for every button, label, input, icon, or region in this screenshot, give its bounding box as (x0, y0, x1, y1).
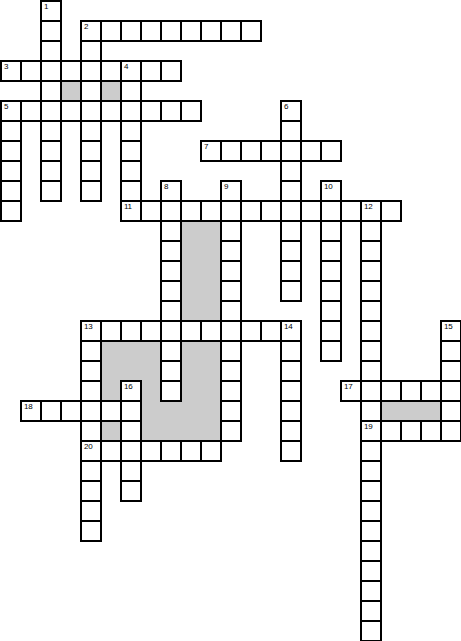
cell-r9-c14[interactable] (280, 180, 302, 202)
cell-r10-c13[interactable] (260, 200, 282, 222)
cell-r3-c0[interactable]: 3 (0, 60, 22, 82)
cell-r14-c11[interactable] (220, 280, 242, 302)
cell-r16-c7[interactable] (140, 320, 162, 342)
cell-r16-c6[interactable] (120, 320, 142, 342)
cell-r22-c14[interactable] (280, 440, 302, 462)
cell-r16-c13[interactable] (260, 320, 282, 342)
cell-r17-c18[interactable] (360, 340, 382, 362)
cell-r12-c11[interactable] (220, 240, 242, 262)
cell-r3-c1[interactable] (20, 60, 42, 82)
cell-r1-c5[interactable] (100, 20, 122, 42)
cell-r22-c8[interactable] (160, 440, 182, 462)
cell-r18-c18[interactable] (360, 360, 382, 382)
clue-number-10: 10 (324, 182, 332, 191)
blocked-cell-r19-c10 (201, 381, 221, 401)
cell-r3-c8[interactable] (160, 60, 182, 82)
cell-r19-c20[interactable] (400, 380, 422, 402)
cell-r6-c6[interactable] (120, 120, 142, 142)
cell-r23-c4[interactable] (80, 460, 102, 482)
cell-r16-c10[interactable] (200, 320, 222, 342)
cell-r19-c22[interactable] (440, 380, 461, 402)
cell-r7-c0[interactable] (0, 140, 22, 162)
cell-r15-c16[interactable] (320, 300, 342, 322)
clue-number-1: 1 (44, 2, 48, 11)
cell-r11-c18[interactable] (360, 220, 382, 242)
cell-r7-c4[interactable] (80, 140, 102, 162)
cell-r3-c6[interactable]: 4 (120, 60, 142, 82)
cell-r11-c14[interactable] (280, 220, 302, 242)
cell-r20-c18[interactable] (360, 400, 382, 422)
cell-r31-c18[interactable] (360, 620, 382, 641)
cell-r12-c18[interactable] (360, 240, 382, 262)
cell-r10-c19[interactable] (380, 200, 402, 222)
cell-r10-c8[interactable] (160, 200, 182, 222)
cell-r30-c18[interactable] (360, 600, 382, 622)
cell-r18-c14[interactable] (280, 360, 302, 382)
blocked-cell-r17-c9 (181, 341, 201, 361)
cell-r22-c4[interactable]: 20 (80, 440, 102, 462)
blocked-cell-r17-c7 (141, 341, 161, 361)
clue-number-15: 15 (444, 322, 452, 331)
cell-r8-c6[interactable] (120, 160, 142, 182)
blocked-cell-r21-c8 (161, 421, 181, 441)
cell-r22-c6[interactable] (120, 440, 142, 462)
cell-r27-c18[interactable] (360, 540, 382, 562)
cell-r7-c12[interactable] (240, 140, 262, 162)
cell-r20-c1[interactable]: 18 (20, 400, 42, 422)
blocked-cell-r12-c9 (181, 241, 201, 261)
cell-r22-c18[interactable] (360, 440, 382, 462)
cell-r15-c18[interactable] (360, 300, 382, 322)
cell-r1-c6[interactable] (120, 20, 142, 42)
cell-r14-c14[interactable] (280, 280, 302, 302)
cell-r18-c8[interactable] (160, 360, 182, 382)
cell-r16-c14[interactable]: 14 (280, 320, 302, 342)
cell-r2-c4[interactable] (80, 40, 102, 62)
cell-r2-c2[interactable] (40, 40, 62, 62)
cell-r17-c14[interactable] (280, 340, 302, 362)
cell-r10-c11[interactable] (220, 200, 242, 222)
cell-r16-c12[interactable] (240, 320, 262, 342)
clue-number-7: 7 (204, 142, 208, 151)
cell-r7-c14[interactable] (280, 140, 302, 162)
clue-number-12: 12 (364, 202, 372, 211)
cell-r1-c12[interactable] (240, 20, 262, 42)
cell-r5-c9[interactable] (180, 100, 202, 122)
clue-number-9: 9 (224, 182, 228, 191)
cell-r21-c14[interactable] (280, 420, 302, 442)
cell-r16-c4[interactable]: 13 (80, 320, 102, 342)
cell-r21-c19[interactable] (380, 420, 402, 442)
cell-r13-c18[interactable] (360, 260, 382, 282)
cell-r20-c6[interactable] (120, 400, 142, 422)
cell-r1-c8[interactable] (160, 20, 182, 42)
cell-r10-c9[interactable] (180, 200, 202, 222)
blocked-cell-r18-c9 (181, 361, 201, 381)
blocked-cell-r17-c6 (121, 341, 141, 361)
cell-r9-c16[interactable]: 10 (320, 180, 342, 202)
cell-r16-c16[interactable] (320, 320, 342, 342)
cell-r17-c4[interactable] (80, 340, 102, 362)
cell-r3-c7[interactable] (140, 60, 162, 82)
cell-r13-c14[interactable] (280, 260, 302, 282)
cell-r9-c11[interactable]: 9 (220, 180, 242, 202)
cell-r20-c2[interactable] (40, 400, 62, 422)
cell-r1-c2[interactable] (40, 20, 62, 42)
cell-r14-c18[interactable] (360, 280, 382, 302)
cell-r21-c4[interactable] (80, 420, 102, 442)
cell-r10-c6[interactable]: 11 (120, 200, 142, 222)
cell-r7-c10[interactable]: 7 (200, 140, 222, 162)
cell-r21-c22[interactable] (440, 420, 461, 442)
cell-r10-c0[interactable] (0, 200, 22, 222)
cell-r21-c11[interactable] (220, 420, 242, 442)
cell-r19-c18[interactable] (360, 380, 382, 402)
cell-r23-c18[interactable] (360, 460, 382, 482)
clue-number-11: 11 (124, 202, 132, 211)
cell-r5-c4[interactable] (80, 100, 102, 122)
cell-r1-c11[interactable] (220, 20, 242, 42)
cell-r22-c10[interactable] (200, 440, 222, 462)
cell-r10-c16[interactable] (320, 200, 342, 222)
cell-r19-c6[interactable]: 16 (120, 380, 142, 402)
cell-r17-c8[interactable] (160, 340, 182, 362)
cell-r16-c8[interactable] (160, 320, 182, 342)
cell-r25-c4[interactable] (80, 500, 102, 522)
cell-r20-c11[interactable] (220, 400, 242, 422)
cell-r15-c8[interactable] (160, 300, 182, 322)
cell-r7-c15[interactable] (300, 140, 322, 162)
cell-r16-c18[interactable] (360, 320, 382, 342)
clue-number-18: 18 (24, 402, 32, 411)
cell-r23-c6[interactable] (120, 460, 142, 482)
cell-r20-c4[interactable] (80, 400, 102, 422)
cell-r14-c16[interactable] (320, 280, 342, 302)
blocked-cell-r19-c9 (181, 381, 201, 401)
cell-r7-c16[interactable] (320, 140, 342, 162)
cell-r5-c7[interactable] (140, 100, 162, 122)
cell-r12-c16[interactable] (320, 240, 342, 262)
cell-r5-c3[interactable] (60, 100, 82, 122)
cell-r18-c4[interactable] (80, 360, 102, 382)
blocked-cell-r20-c19 (381, 401, 401, 421)
cell-r26-c4[interactable] (80, 520, 102, 542)
cell-r25-c18[interactable] (360, 500, 382, 522)
blocked-cell-r11-c9 (181, 221, 201, 241)
cell-r16-c9[interactable] (180, 320, 202, 342)
cell-r1-c4[interactable]: 2 (80, 20, 102, 42)
cell-r10-c10[interactable] (200, 200, 222, 222)
clue-number-19: 19 (364, 422, 372, 431)
cell-r6-c2[interactable] (40, 120, 62, 142)
cell-r1-c7[interactable] (140, 20, 162, 42)
cell-r22-c7[interactable] (140, 440, 162, 462)
cell-r3-c4[interactable] (80, 60, 102, 82)
blocked-cell-r20-c9 (181, 401, 201, 421)
cell-r21-c20[interactable] (400, 420, 422, 442)
cell-r24-c18[interactable] (360, 480, 382, 502)
blocked-cell-r15-c10 (201, 301, 221, 321)
cell-r3-c5[interactable] (100, 60, 122, 82)
cell-r8-c0[interactable] (0, 160, 22, 182)
cell-r21-c21[interactable] (420, 420, 442, 442)
cell-r17-c22[interactable] (440, 340, 461, 362)
clue-number-14: 14 (284, 322, 292, 331)
cell-r8-c2[interactable] (40, 160, 62, 182)
blocked-cell-r13-c9 (181, 261, 201, 281)
cell-r7-c13[interactable] (260, 140, 282, 162)
blocked-cell-r21-c7 (141, 421, 161, 441)
cell-r0-c2[interactable]: 1 (40, 0, 62, 22)
crossword-board: 1234567891011121314151617181920 (0, 0, 461, 641)
cell-r13-c8[interactable] (160, 260, 182, 282)
cell-r10-c15[interactable] (300, 200, 322, 222)
cell-r5-c1[interactable] (20, 100, 42, 122)
cell-r10-c18[interactable]: 12 (360, 200, 382, 222)
blocked-cell-r19-c5 (101, 381, 121, 401)
cell-r21-c6[interactable] (120, 420, 142, 442)
cell-r19-c8[interactable] (160, 380, 182, 402)
cell-r1-c9[interactable] (180, 20, 202, 42)
cell-r12-c8[interactable] (160, 240, 182, 262)
blocked-cell-r17-c10 (201, 341, 221, 361)
blocked-cell-r20-c10 (201, 401, 221, 421)
blocked-cell-r21-c9 (181, 421, 201, 441)
clue-number-13: 13 (84, 322, 92, 331)
cell-r8-c14[interactable] (280, 160, 302, 182)
cell-r7-c11[interactable] (220, 140, 242, 162)
cell-r9-c2[interactable] (40, 180, 62, 202)
cell-r10-c7[interactable] (140, 200, 162, 222)
cell-r19-c21[interactable] (420, 380, 442, 402)
cell-r5-c8[interactable] (160, 100, 182, 122)
cell-r10-c12[interactable] (240, 200, 262, 222)
blocked-cell-r12-c10 (201, 241, 221, 261)
cell-r7-c2[interactable] (40, 140, 62, 162)
cell-r26-c18[interactable] (360, 520, 382, 542)
clue-number-16: 16 (124, 382, 132, 391)
cell-r19-c14[interactable] (280, 380, 302, 402)
cell-r22-c5[interactable] (100, 440, 122, 462)
blocked-cell-r20-c21 (421, 401, 441, 421)
cell-r28-c18[interactable] (360, 560, 382, 582)
cell-r4-c2[interactable] (40, 80, 62, 102)
cell-r13-c16[interactable] (320, 260, 342, 282)
clue-number-20: 20 (84, 442, 92, 451)
cell-r16-c11[interactable] (220, 320, 242, 342)
blocked-cell-r20-c20 (401, 401, 421, 421)
cell-r20-c3[interactable] (60, 400, 82, 422)
blocked-cell-r13-c10 (201, 261, 221, 281)
blocked-cell-r20-c7 (141, 401, 161, 421)
cell-r21-c18[interactable]: 19 (360, 420, 382, 442)
cell-r17-c16[interactable] (320, 340, 342, 362)
cell-r4-c4[interactable] (80, 80, 102, 102)
cell-r11-c11[interactable] (220, 220, 242, 242)
cell-r3-c3[interactable] (60, 60, 82, 82)
cell-r20-c14[interactable] (280, 400, 302, 422)
cell-r11-c8[interactable] (160, 220, 182, 242)
cell-r10-c17[interactable] (340, 200, 362, 222)
cell-r5-c6[interactable] (120, 100, 142, 122)
blocked-cell-r11-c10 (201, 221, 221, 241)
cell-r18-c22[interactable] (440, 360, 461, 382)
cell-r9-c0[interactable] (0, 180, 22, 202)
cell-r20-c22[interactable] (440, 400, 461, 422)
blocked-cell-r18-c5 (101, 361, 121, 381)
cell-r9-c6[interactable] (120, 180, 142, 202)
cell-r9-c8[interactable]: 8 (160, 180, 182, 202)
cell-r4-c6[interactable] (120, 80, 142, 102)
blocked-cell-r21-c5 (101, 421, 121, 441)
blocked-cell-r20-c8 (161, 401, 181, 421)
cell-r29-c18[interactable] (360, 580, 382, 602)
cell-r11-c16[interactable] (320, 220, 342, 242)
blocked-cell-r18-c7 (141, 361, 161, 381)
cell-r8-c4[interactable] (80, 160, 102, 182)
blocked-cell-r18-c6 (121, 361, 141, 381)
cell-r5-c0[interactable]: 5 (0, 100, 22, 122)
cell-r24-c6[interactable] (120, 480, 142, 502)
cell-r14-c8[interactable] (160, 280, 182, 302)
cell-r20-c5[interactable] (100, 400, 122, 422)
cell-r13-c11[interactable] (220, 260, 242, 282)
blocked-cell-r4-c3 (61, 81, 81, 101)
cell-r19-c17[interactable]: 17 (340, 380, 362, 402)
clue-number-3: 3 (4, 62, 8, 71)
cell-r5-c5[interactable] (100, 100, 122, 122)
cell-r6-c0[interactable] (0, 120, 22, 142)
cell-r19-c19[interactable] (380, 380, 402, 402)
cell-r12-c14[interactable] (280, 240, 302, 262)
cell-r9-c4[interactable] (80, 180, 102, 202)
cell-r6-c14[interactable] (280, 120, 302, 142)
cell-r24-c4[interactable] (80, 480, 102, 502)
clue-number-17: 17 (344, 382, 352, 391)
cell-r5-c2[interactable] (40, 100, 62, 122)
clue-number-6: 6 (284, 102, 288, 111)
cell-r7-c6[interactable] (120, 140, 142, 162)
cell-r16-c5[interactable] (100, 320, 122, 342)
cell-r1-c10[interactable] (200, 20, 222, 42)
cell-r18-c11[interactable] (220, 360, 242, 382)
clue-number-4: 4 (124, 62, 128, 71)
blocked-cell-r14-c9 (181, 281, 201, 301)
blocked-cell-r17-c5 (101, 341, 121, 361)
cell-r15-c11[interactable] (220, 300, 242, 322)
blocked-cell-r14-c10 (201, 281, 221, 301)
cell-r16-c22[interactable]: 15 (440, 320, 461, 342)
blocked-cell-r15-c9 (181, 301, 201, 321)
cell-r3-c2[interactable] (40, 60, 62, 82)
cell-r10-c14[interactable] (280, 200, 302, 222)
cell-r19-c4[interactable] (80, 380, 102, 402)
cell-r17-c11[interactable] (220, 340, 242, 362)
clue-number-5: 5 (4, 102, 8, 111)
blocked-cell-r19-c7 (141, 381, 161, 401)
cell-r5-c14[interactable]: 6 (280, 100, 302, 122)
cell-r19-c11[interactable] (220, 380, 242, 402)
clue-number-2: 2 (84, 22, 88, 31)
blocked-cell-r4-c5 (101, 81, 121, 101)
clue-number-8: 8 (164, 182, 168, 191)
blocked-cell-r18-c10 (201, 361, 221, 381)
blocked-cell-r21-c10 (201, 421, 221, 441)
cell-r22-c9[interactable] (180, 440, 202, 462)
cell-r6-c4[interactable] (80, 120, 102, 142)
